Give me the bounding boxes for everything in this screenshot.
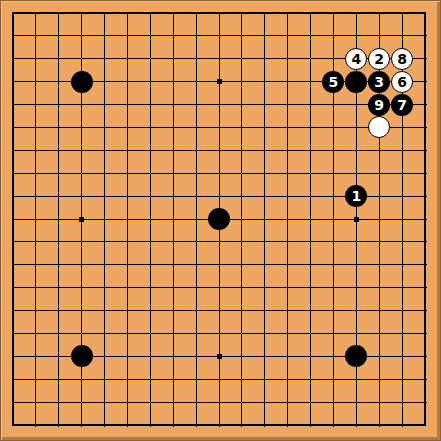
star-point	[217, 79, 222, 84]
grid-line-vertical	[264, 13, 265, 427]
star-point	[217, 354, 222, 359]
grid-line-horizontal	[13, 127, 427, 128]
go-board: 123456789	[0, 0, 441, 441]
stone-black-p16-move-5: 5	[322, 71, 344, 93]
grid-line-horizontal	[13, 310, 427, 311]
grid-line-vertical	[310, 13, 311, 427]
stone-black-r16-move-3: 3	[368, 71, 390, 93]
grid-line-horizontal	[13, 264, 427, 265]
grid-line-horizontal	[13, 287, 427, 288]
stone-black-d4	[71, 345, 93, 367]
grid-line-vertical	[287, 13, 288, 427]
stone-white-r17-move-2: 2	[368, 48, 390, 70]
grid-line-horizontal	[13, 35, 427, 36]
grid-line-horizontal	[13, 402, 427, 403]
stone-white-q17-move-4: 4	[345, 48, 367, 70]
grid-line-horizontal	[13, 173, 427, 174]
stone-black-q16	[345, 71, 367, 93]
grid-line-horizontal	[13, 379, 427, 380]
grid-line-vertical	[241, 13, 242, 427]
stone-black-r15-move-9: 9	[368, 94, 390, 116]
grid-line-horizontal	[13, 333, 427, 334]
grid-line-vertical	[104, 13, 105, 427]
grid-line-horizontal	[13, 150, 427, 151]
star-point	[354, 217, 359, 222]
grid-line-vertical	[173, 13, 174, 427]
stone-white-s17-move-8: 8	[391, 48, 413, 70]
stone-white-s16-move-6: 6	[391, 71, 413, 93]
grid-line-vertical	[35, 13, 36, 427]
grid-line-horizontal	[13, 241, 427, 242]
stone-black-s15-move-7: 7	[391, 94, 413, 116]
grid-line-vertical	[58, 13, 59, 427]
star-point	[79, 217, 84, 222]
grid-line-horizontal	[13, 104, 427, 105]
grid-line-vertical	[127, 13, 128, 427]
stone-black-k10	[208, 208, 230, 230]
grid-line-vertical	[196, 13, 197, 427]
grid-line-vertical	[150, 13, 151, 427]
stone-black-d16	[71, 71, 93, 93]
